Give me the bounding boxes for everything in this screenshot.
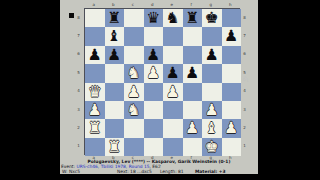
square-b5 [105, 64, 125, 82]
square-e5: ♟ [163, 64, 183, 82]
square-b6: ♟ [105, 46, 125, 64]
square-d2 [144, 119, 164, 137]
square-e4: ♟ [163, 83, 183, 101]
file-label-b: b [104, 2, 124, 7]
piece-white-bishop-g2: ♝ [202, 119, 222, 137]
file-labels-top: abcdefgh [84, 2, 240, 7]
piece-black-rook-b8: ♜ [105, 9, 125, 27]
piece-white-pawn-c4: ♟ [124, 83, 144, 101]
piece-white-knight-c3: ♞ [124, 101, 144, 119]
piece-white-knight-c5: ♞ [124, 64, 144, 82]
material-balance: Material: +3 [195, 169, 226, 174]
square-d7 [144, 27, 164, 45]
rank-label-3: 3 [241, 100, 248, 118]
square-c5: ♞ [124, 64, 144, 82]
square-h5 [222, 64, 242, 82]
move-status-line: W: Nxc5 Next: 18 ...dxc5 Length: 81 Mate… [61, 169, 257, 174]
square-d5: ♟ [144, 64, 164, 82]
square-c8 [124, 9, 144, 27]
piece-white-pawn-h2: ♟ [222, 119, 242, 137]
file-label-c: c [123, 2, 143, 7]
square-b3 [105, 101, 125, 119]
square-h6 [222, 46, 242, 64]
piece-black-pawn-h7: ♟ [222, 27, 242, 45]
square-e6 [163, 46, 183, 64]
rank-label-7: 7 [75, 26, 82, 44]
piece-black-pawn-b6: ♟ [105, 46, 125, 64]
file-label-e: e [162, 2, 182, 7]
square-h4 [222, 83, 242, 101]
piece-black-queen-d8: ♛ [144, 9, 164, 27]
square-f2: ♟ [183, 119, 203, 137]
square-a2: ♜ [85, 119, 105, 137]
piece-black-pawn-d6: ♟ [144, 46, 164, 64]
square-g1: ♚ [202, 138, 222, 156]
square-g5 [202, 64, 222, 82]
square-h8 [222, 9, 242, 27]
square-g4 [202, 83, 222, 101]
square-b8: ♜ [105, 9, 125, 27]
square-g3: ♟ [202, 101, 222, 119]
square-c4: ♟ [124, 83, 144, 101]
chess-board: ♜♛♞♜♚♝♟♟♟♟♟♞♟♟♟♛♟♟♟♞♟♜♟♝♟♜♚ [84, 8, 240, 155]
square-h2: ♟ [222, 119, 242, 137]
square-d6: ♟ [144, 46, 164, 64]
square-f1 [183, 138, 203, 156]
square-b7: ♝ [105, 27, 125, 45]
file-label-a: a [84, 2, 104, 7]
file-label-h: h [221, 2, 241, 7]
rank-label-3: 3 [75, 100, 82, 118]
rank-label-4: 4 [75, 82, 82, 100]
piece-white-pawn-g3: ♟ [202, 101, 222, 119]
rank-label-6: 6 [241, 45, 248, 63]
piece-black-pawn-f5: ♟ [183, 64, 203, 82]
square-g8: ♚ [202, 9, 222, 27]
square-d8: ♛ [144, 9, 164, 27]
square-g7 [202, 27, 222, 45]
square-b2 [105, 119, 125, 137]
piece-white-pawn-e4: ♟ [163, 83, 183, 101]
square-b1: ♜ [105, 138, 125, 156]
piece-black-pawn-g6: ♟ [202, 46, 222, 64]
square-g6: ♟ [202, 46, 222, 64]
square-c6 [124, 46, 144, 64]
black-to-move-indicator [69, 13, 74, 18]
knight-icon: ♘ [242, 75, 249, 84]
square-d3 [144, 101, 164, 119]
square-c7 [124, 27, 144, 45]
square-e7 [163, 27, 183, 45]
rank-labels-left: 87654321 [75, 8, 82, 155]
square-h3 [222, 101, 242, 119]
piece-black-knight-e8: ♞ [163, 9, 183, 27]
white-last-move: W: Nxc5 [62, 169, 80, 174]
square-c3: ♞ [124, 101, 144, 119]
piece-black-pawn-a6: ♟ [85, 46, 105, 64]
file-label-g: g [201, 2, 221, 7]
video-frame: abcdefgh 87654321 ♜♛♞♜♚♝♟♟♟♟♟♞♟♟♟♛♟♟♟♞♟♜… [0, 0, 320, 180]
square-a5 [85, 64, 105, 82]
square-f4 [183, 83, 203, 101]
square-d1 [144, 138, 164, 156]
square-d4 [144, 83, 164, 101]
rank-label-8: 8 [241, 8, 248, 26]
square-f8: ♜ [183, 9, 203, 27]
rank-label-7: 7 [241, 26, 248, 44]
piece-white-pawn-d5: ♟ [144, 64, 164, 82]
square-a6: ♟ [85, 46, 105, 64]
square-g2: ♝ [202, 119, 222, 137]
square-f5: ♟ [183, 64, 203, 82]
square-c2 [124, 119, 144, 137]
square-a8 [85, 9, 105, 27]
piece-white-king-g1: ♚ [202, 138, 222, 156]
square-e3 [163, 101, 183, 119]
rank-label-2: 2 [241, 118, 248, 136]
piece-white-rook-b1: ♜ [105, 138, 125, 156]
square-a7 [85, 27, 105, 45]
rank-label-8: 8 [75, 8, 82, 26]
square-e8: ♞ [163, 9, 183, 27]
rank-label-6: 6 [75, 45, 82, 63]
square-a3: ♟ [85, 101, 105, 119]
piece-black-pawn-e5: ♟ [163, 64, 183, 82]
square-b4 [105, 83, 125, 101]
file-label-f: f [182, 2, 202, 7]
square-f6 [183, 46, 203, 64]
square-e2 [163, 119, 183, 137]
piece-white-pawn-a3: ♟ [85, 101, 105, 119]
square-e1 [163, 138, 183, 156]
square-a4: ♛ [85, 83, 105, 101]
next-move: Next: 18 ...dxc5 [117, 169, 152, 174]
rank-label-4: 4 [241, 82, 248, 100]
square-h7: ♟ [222, 27, 242, 45]
piece-black-king-g8: ♚ [202, 9, 222, 27]
rank-label-5: 5 [75, 63, 82, 81]
piece-white-pawn-f2: ♟ [183, 119, 203, 137]
game-length: Length: 81 [160, 169, 184, 174]
square-f3 [183, 101, 203, 119]
piece-black-bishop-b7: ♝ [105, 27, 125, 45]
square-c1 [124, 138, 144, 156]
square-a1 [85, 138, 105, 156]
square-f7 [183, 27, 203, 45]
rank-label-1: 1 [241, 137, 248, 155]
piece-black-rook-f8: ♜ [183, 9, 203, 27]
rank-label-1: 1 [75, 137, 82, 155]
piece-white-rook-a2: ♜ [85, 119, 105, 137]
rank-label-2: 2 [75, 118, 82, 136]
file-label-d: d [143, 2, 163, 7]
piece-white-queen-a4: ♛ [85, 83, 105, 101]
square-h1 [222, 138, 242, 156]
